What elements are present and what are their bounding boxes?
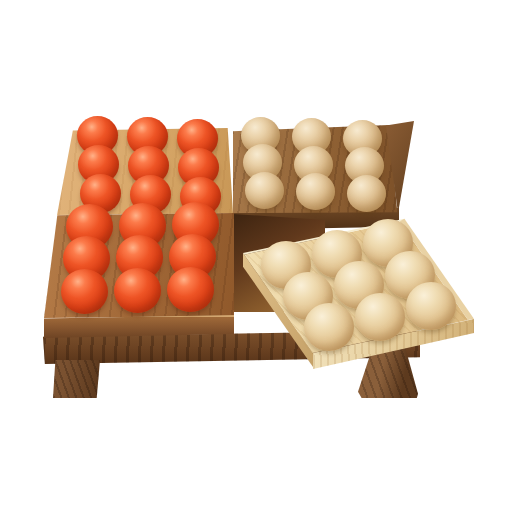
- quadrant-bottom-left-front-face: [44, 315, 234, 338]
- ball-red[interactable]: [114, 268, 161, 313]
- ball-natural[interactable]: [347, 175, 386, 212]
- ball-red[interactable]: [61, 269, 108, 314]
- ball-natural[interactable]: [355, 293, 405, 341]
- base-leg-left: [53, 360, 100, 398]
- product-photo-board-game: [0, 0, 520, 520]
- ball-natural[interactable]: [296, 173, 335, 210]
- ball-natural[interactable]: [245, 172, 284, 209]
- ball-natural[interactable]: [406, 282, 456, 330]
- ball-red[interactable]: [167, 267, 214, 312]
